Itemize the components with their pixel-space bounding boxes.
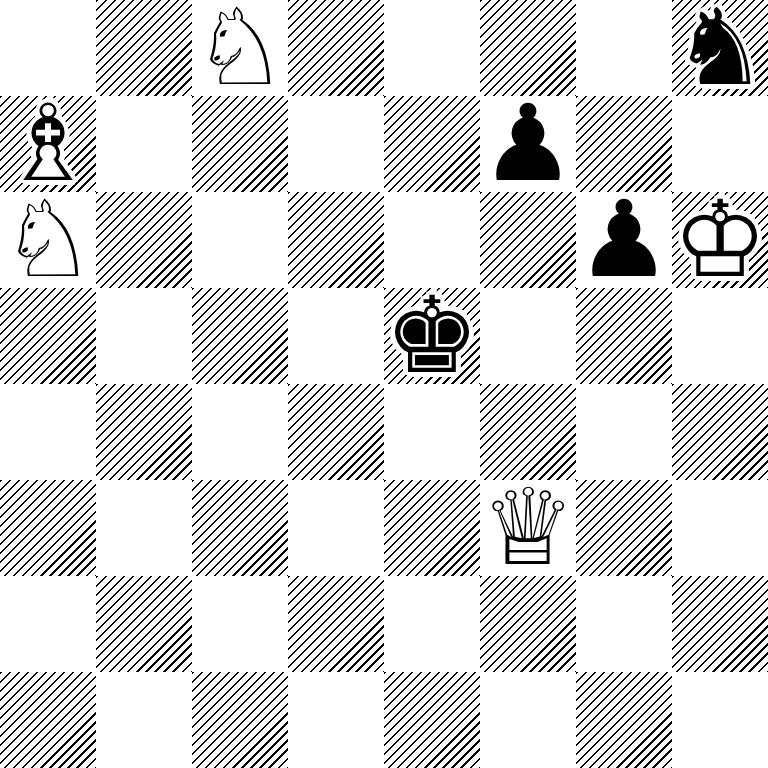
square-g8[interactable] xyxy=(576,0,672,96)
square-d8[interactable] xyxy=(288,0,384,96)
square-g2[interactable] xyxy=(576,576,672,672)
square-c1[interactable] xyxy=(192,672,288,768)
white-knight-outline-glyph: ♘ xyxy=(192,0,288,96)
square-b2[interactable] xyxy=(96,576,192,672)
white-knight-outline-glyph: ♘ xyxy=(0,192,96,288)
square-c6[interactable] xyxy=(192,192,288,288)
chess-board: ♞♘♞♝♗♟♞♘♟♚♔♚♛♕ xyxy=(0,0,768,768)
square-g1[interactable] xyxy=(576,672,672,768)
square-c5[interactable] xyxy=(192,288,288,384)
square-h6[interactable]: ♚♔ xyxy=(672,192,768,288)
square-g3[interactable] xyxy=(576,480,672,576)
square-f6[interactable] xyxy=(480,192,576,288)
square-a2[interactable] xyxy=(0,576,96,672)
square-d2[interactable] xyxy=(288,576,384,672)
square-b5[interactable] xyxy=(96,288,192,384)
piece-white-queen[interactable]: ♛♕ xyxy=(480,480,576,576)
black-king-fill-glyph: ♚ xyxy=(384,288,480,384)
square-e7[interactable] xyxy=(384,96,480,192)
square-h5[interactable] xyxy=(672,288,768,384)
square-a8[interactable] xyxy=(0,0,96,96)
square-f7[interactable]: ♟ xyxy=(480,96,576,192)
square-c2[interactable] xyxy=(192,576,288,672)
square-a4[interactable] xyxy=(0,384,96,480)
white-bishop-outline-glyph: ♗ xyxy=(0,96,96,192)
square-c4[interactable] xyxy=(192,384,288,480)
square-g7[interactable] xyxy=(576,96,672,192)
square-a6[interactable]: ♞♘ xyxy=(0,192,96,288)
square-g4[interactable] xyxy=(576,384,672,480)
square-b8[interactable] xyxy=(96,0,192,96)
piece-white-knight[interactable]: ♞♘ xyxy=(0,192,96,288)
square-a3[interactable] xyxy=(0,480,96,576)
piece-white-bishop[interactable]: ♝♗ xyxy=(0,96,96,192)
piece-black-king[interactable]: ♚ xyxy=(384,288,480,384)
square-a5[interactable] xyxy=(0,288,96,384)
square-b3[interactable] xyxy=(96,480,192,576)
square-h3[interactable] xyxy=(672,480,768,576)
square-d6[interactable] xyxy=(288,192,384,288)
square-e4[interactable] xyxy=(384,384,480,480)
square-e8[interactable] xyxy=(384,0,480,96)
piece-black-pawn[interactable]: ♟ xyxy=(576,192,672,288)
square-h4[interactable] xyxy=(672,384,768,480)
square-d3[interactable] xyxy=(288,480,384,576)
square-e2[interactable] xyxy=(384,576,480,672)
square-e1[interactable] xyxy=(384,672,480,768)
square-h2[interactable] xyxy=(672,576,768,672)
square-d7[interactable] xyxy=(288,96,384,192)
square-f2[interactable] xyxy=(480,576,576,672)
square-f5[interactable] xyxy=(480,288,576,384)
square-b4[interactable] xyxy=(96,384,192,480)
white-queen-outline-glyph: ♕ xyxy=(480,480,576,576)
square-d4[interactable] xyxy=(288,384,384,480)
square-f3[interactable]: ♛♕ xyxy=(480,480,576,576)
square-h1[interactable] xyxy=(672,672,768,768)
square-c8[interactable]: ♞♘ xyxy=(192,0,288,96)
square-d1[interactable] xyxy=(288,672,384,768)
square-a1[interactable] xyxy=(0,672,96,768)
square-f4[interactable] xyxy=(480,384,576,480)
square-a7[interactable]: ♝♗ xyxy=(0,96,96,192)
square-h8[interactable]: ♞ xyxy=(672,0,768,96)
square-b1[interactable] xyxy=(96,672,192,768)
black-knight-fill-glyph: ♞ xyxy=(672,0,768,96)
square-g5[interactable] xyxy=(576,288,672,384)
white-king-outline-glyph: ♔ xyxy=(672,192,768,288)
piece-white-knight[interactable]: ♞♘ xyxy=(192,0,288,96)
square-e3[interactable] xyxy=(384,480,480,576)
black-pawn-fill-glyph: ♟ xyxy=(576,192,672,288)
square-e6[interactable] xyxy=(384,192,480,288)
square-b6[interactable] xyxy=(96,192,192,288)
square-g6[interactable]: ♟ xyxy=(576,192,672,288)
piece-white-king[interactable]: ♚♔ xyxy=(672,192,768,288)
piece-black-pawn[interactable]: ♟ xyxy=(480,96,576,192)
square-h7[interactable] xyxy=(672,96,768,192)
square-c3[interactable] xyxy=(192,480,288,576)
square-d5[interactable] xyxy=(288,288,384,384)
piece-black-knight[interactable]: ♞ xyxy=(672,0,768,96)
square-f8[interactable] xyxy=(480,0,576,96)
black-pawn-fill-glyph: ♟ xyxy=(480,96,576,192)
square-f1[interactable] xyxy=(480,672,576,768)
square-e5[interactable]: ♚ xyxy=(384,288,480,384)
square-b7[interactable] xyxy=(96,96,192,192)
square-c7[interactable] xyxy=(192,96,288,192)
